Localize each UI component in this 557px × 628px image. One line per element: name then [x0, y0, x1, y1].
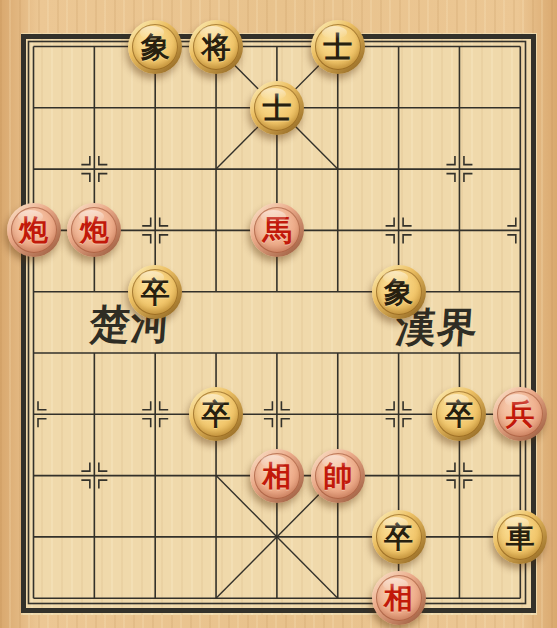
- piece-black-elephant[interactable]: 象: [128, 20, 182, 74]
- piece-red-horse[interactable]: 馬: [250, 203, 304, 257]
- piece-character: 卒: [445, 400, 474, 429]
- piece-body: 士: [254, 85, 300, 131]
- piece-body: 帥: [315, 453, 361, 499]
- piece-character: 士: [323, 33, 352, 62]
- piece-body: 相: [376, 575, 422, 621]
- piece-red-elephant[interactable]: 相: [372, 571, 426, 625]
- piece-body: 卒: [132, 269, 178, 315]
- piece-black-soldier[interactable]: 卒: [128, 265, 182, 319]
- piece-body: 象: [132, 24, 178, 70]
- piece-body: 車: [497, 514, 543, 560]
- xiangqi-app: 楚河 漢界 象 将 士: [0, 0, 557, 628]
- piece-character: 士: [262, 94, 291, 123]
- piece-character: 兵: [506, 400, 535, 429]
- piece-black-soldier[interactable]: 卒: [189, 387, 243, 441]
- piece-body: 将: [193, 24, 239, 70]
- piece-character: 卒: [384, 523, 413, 552]
- piece-character: 卒: [202, 400, 231, 429]
- piece-black-advisor[interactable]: 士: [311, 20, 365, 74]
- piece-character: 相: [262, 462, 291, 491]
- piece-body: 相: [254, 453, 300, 499]
- piece-black-soldier[interactable]: 卒: [372, 510, 426, 564]
- piece-body: 炮: [11, 207, 57, 253]
- piece-character: 象: [141, 33, 170, 62]
- piece-red-cannon[interactable]: 炮: [7, 203, 61, 257]
- piece-character: 相: [384, 584, 413, 613]
- piece-red-elephant[interactable]: 相: [250, 449, 304, 503]
- piece-character: 象: [384, 278, 413, 307]
- piece-character: 卒: [141, 278, 170, 307]
- piece-character: 炮: [19, 216, 48, 245]
- piece-character: 帥: [323, 462, 352, 491]
- piece-character: 将: [202, 33, 231, 62]
- piece-character: 馬: [262, 216, 291, 245]
- piece-character: 炮: [80, 216, 109, 245]
- piece-body: 象: [376, 269, 422, 315]
- piece-character: 車: [506, 523, 535, 552]
- piece-black-elephant[interactable]: 象: [372, 265, 426, 319]
- piece-body: 馬: [254, 207, 300, 253]
- piece-red-general[interactable]: 帥: [311, 449, 365, 503]
- piece-black-chariot[interactable]: 車: [493, 510, 547, 564]
- piece-black-advisor[interactable]: 士: [250, 81, 304, 135]
- piece-body: 士: [315, 24, 361, 70]
- piece-body: 卒: [376, 514, 422, 560]
- piece-black-general[interactable]: 将: [189, 20, 243, 74]
